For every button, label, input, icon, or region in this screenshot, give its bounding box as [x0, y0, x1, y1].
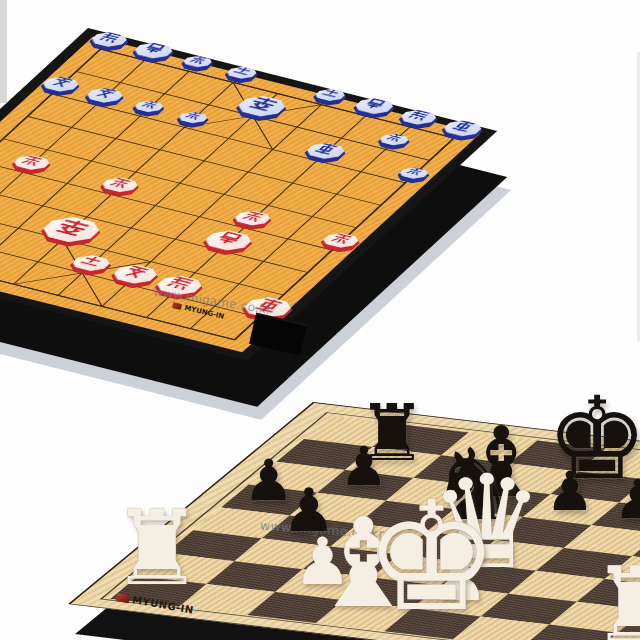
brand-badge-icon: [172, 302, 182, 310]
product-photo-stage: ♜♚♟♝♟♟♟♞♟♛♟♟♜♝♚♜ www.migame.co.kr www.mi…: [0, 0, 640, 640]
photo-edge-artifact-left: [0, 0, 7, 103]
brand-badge-icon: [116, 593, 130, 603]
